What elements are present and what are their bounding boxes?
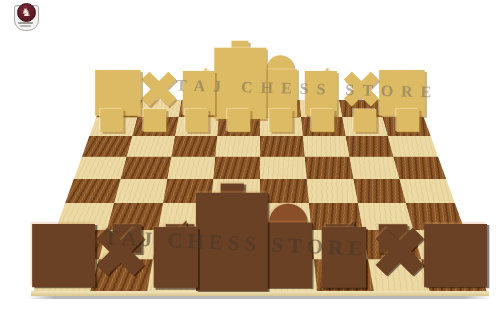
product-photo[interactable]: ♞ █✖◢█●███◢█✖██████████████████✖◢█●███◢█…: [0, 0, 500, 333]
piece-dark-rook: █: [435, 230, 476, 282]
pawn-cube-glyph: █: [143, 112, 165, 131]
queen-col-glyph: █: [263, 74, 297, 113]
rook-cube-glyph: █: [380, 75, 424, 113]
pawn-cube-glyph: █: [101, 112, 123, 131]
piece-white-knight: ✖: [137, 71, 181, 113]
piece-white-rook: █: [103, 75, 133, 113]
knight-x-glyph: ✖: [137, 71, 181, 113]
piece-white-pawn: █: [316, 112, 331, 131]
logo-text-line: [18, 22, 33, 24]
logo-text-line: [20, 25, 31, 27]
piece-dark-bishop: ◢█: [324, 220, 363, 283]
pieces-layer: █✖◢█●███◢█✖██████████████████✖◢█●███◢█✖█: [0, 0, 500, 333]
piece-dark-knight: ✖: [370, 225, 430, 283]
pawn-cube-glyph: █: [354, 112, 376, 131]
knight-emblem-icon: ♞: [17, 3, 36, 22]
knight-glyph: ♞: [22, 7, 32, 18]
piece-white-queen: ●█: [265, 52, 296, 112]
rook-cube-glyph: █: [96, 75, 140, 113]
knight-x-glyph: ✖: [370, 225, 430, 283]
king-col-glyph: █: [197, 202, 267, 282]
piece-white-king: ██: [217, 43, 263, 113]
knight-x-glyph: ✖: [339, 71, 383, 113]
piece-dark-rook: █: [44, 230, 85, 282]
rook-cube-glyph: █: [425, 230, 486, 282]
piece-white-pawn: █: [189, 112, 204, 131]
piece-dark-queen: ●█: [266, 199, 309, 282]
pawn-cube-glyph: █: [186, 112, 208, 131]
brand-logo: ♞: [10, 2, 42, 32]
piece-white-bishop: ◢█: [306, 67, 335, 113]
bishop-col-glyph: █: [184, 76, 215, 112]
piece-white-pawn: █: [231, 112, 246, 131]
king-col-glyph: █: [214, 54, 265, 112]
piece-white-pawn: █: [400, 112, 415, 131]
piece-white-pawn: █: [147, 112, 162, 131]
piece-dark-knight: ✖: [90, 225, 150, 283]
piece-dark-king: ██: [200, 186, 264, 282]
piece-white-pawn: █: [274, 112, 289, 131]
knight-x-glyph: ✖: [90, 225, 150, 283]
piece-white-bishop: ◢█: [185, 67, 214, 113]
piece-white-knight: ✖: [339, 71, 383, 113]
piece-white-pawn: █: [358, 112, 373, 131]
bishop-col-glyph: █: [154, 233, 197, 283]
queen-col-glyph: █: [264, 229, 311, 283]
bishop-col-glyph: █: [305, 76, 336, 112]
bishop-col-glyph: █: [322, 233, 365, 283]
piece-white-pawn: █: [105, 112, 120, 131]
pawn-cube-glyph: █: [270, 112, 292, 131]
rook-cube-glyph: █: [34, 230, 95, 282]
piece-white-rook: █: [387, 75, 417, 113]
piece-dark-bishop: ◢█: [156, 220, 195, 283]
pawn-cube-glyph: █: [312, 112, 334, 131]
pawn-cube-glyph: █: [396, 112, 418, 131]
pawn-cube-glyph: █: [228, 112, 250, 131]
